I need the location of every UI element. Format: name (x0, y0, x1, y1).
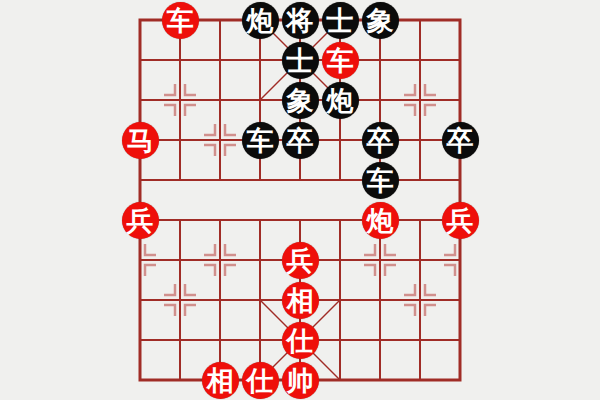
black-soldier[interactable]: 卒 (282, 122, 319, 159)
black-chariot[interactable]: 车 (242, 122, 279, 159)
red-advisor[interactable]: 仕 (282, 322, 319, 359)
black-general[interactable]: 将 (282, 2, 319, 39)
red-chariot[interactable]: 车 (322, 42, 359, 79)
red-chariot[interactable]: 车 (162, 2, 199, 39)
red-elephant[interactable]: 相 (282, 282, 319, 319)
red-general[interactable]: 帅 (282, 362, 319, 399)
red-advisor[interactable]: 仕 (242, 362, 279, 399)
black-elephant[interactable]: 象 (362, 2, 399, 39)
red-horse[interactable]: 马 (122, 122, 159, 159)
red-soldier[interactable]: 兵 (442, 202, 479, 239)
black-elephant[interactable]: 象 (282, 82, 319, 119)
xiangqi-app: 车炮将士象士车象炮马车卒卒卒车兵炮兵兵相仕相仕帅 (0, 0, 600, 400)
black-chariot[interactable]: 车 (362, 162, 399, 199)
black-cannon[interactable]: 炮 (242, 2, 279, 39)
red-soldier[interactable]: 兵 (122, 202, 159, 239)
black-advisor[interactable]: 士 (282, 42, 319, 79)
black-soldier[interactable]: 卒 (362, 122, 399, 159)
black-soldier[interactable]: 卒 (442, 122, 479, 159)
red-elephant[interactable]: 相 (202, 362, 239, 399)
black-cannon[interactable]: 炮 (322, 82, 359, 119)
red-cannon[interactable]: 炮 (362, 202, 399, 239)
red-soldier[interactable]: 兵 (282, 242, 319, 279)
xiangqi-board: 车炮将士象士车象炮马车卒卒卒车兵炮兵兵相仕相仕帅 (0, 0, 600, 400)
black-advisor[interactable]: 士 (322, 2, 359, 39)
piece-layer: 车炮将士象士车象炮马车卒卒卒车兵炮兵兵相仕相仕帅 (120, 0, 480, 400)
